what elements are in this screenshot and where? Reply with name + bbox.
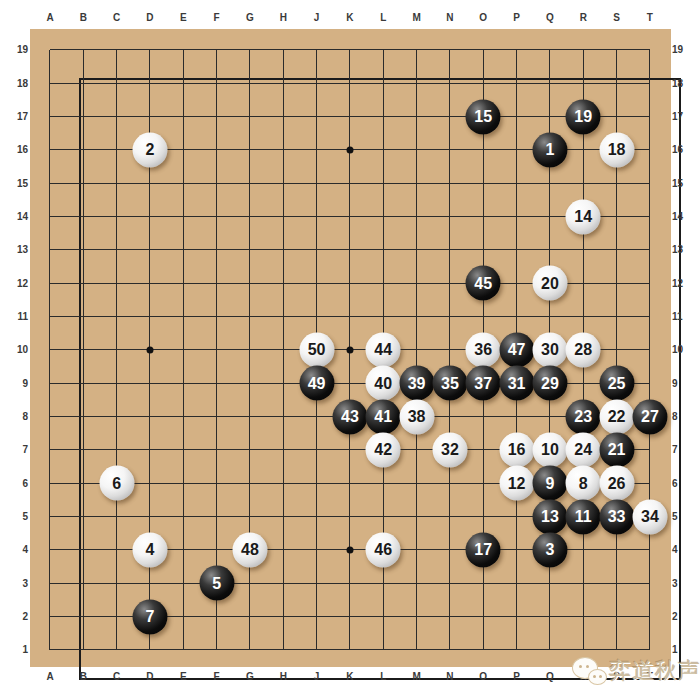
intersection-N19[interactable] (433, 33, 466, 66)
intersection-P5[interactable] (500, 500, 533, 533)
intersection-T6[interactable] (633, 467, 666, 500)
intersection-P9[interactable]: 31 (500, 367, 533, 400)
intersection-B5[interactable] (67, 500, 100, 533)
intersection-E4[interactable] (167, 533, 200, 566)
intersection-L10[interactable]: 44 (367, 333, 400, 366)
intersection-J18[interactable] (300, 67, 333, 100)
intersection-H1[interactable] (267, 633, 300, 666)
intersection-P8[interactable] (500, 400, 533, 433)
intersection-H7[interactable] (267, 433, 300, 466)
intersection-M4[interactable] (400, 533, 433, 566)
intersection-E12[interactable] (167, 267, 200, 300)
intersection-K17[interactable] (333, 100, 366, 133)
intersection-F1[interactable] (200, 633, 233, 666)
intersection-J2[interactable] (300, 600, 333, 633)
intersection-S17[interactable] (600, 100, 633, 133)
intersection-R1[interactable] (567, 633, 600, 666)
intersection-O12[interactable]: 45 (467, 267, 500, 300)
intersection-J4[interactable] (300, 533, 333, 566)
intersection-A4[interactable] (33, 533, 66, 566)
intersection-Q4[interactable]: 3 (533, 533, 566, 566)
intersection-L8[interactable]: 41 (367, 400, 400, 433)
intersection-N4[interactable] (433, 533, 466, 566)
intersection-H19[interactable] (267, 33, 300, 66)
intersection-R14[interactable]: 14 (567, 200, 600, 233)
intersection-P10[interactable]: 47 (500, 333, 533, 366)
intersection-N6[interactable] (433, 467, 466, 500)
intersection-N2[interactable] (433, 600, 466, 633)
intersection-O15[interactable] (467, 167, 500, 200)
intersection-A16[interactable] (33, 133, 66, 166)
intersection-B14[interactable] (67, 200, 100, 233)
intersection-N5[interactable] (433, 500, 466, 533)
intersection-A9[interactable] (33, 367, 66, 400)
intersection-A2[interactable] (33, 600, 66, 633)
intersection-H12[interactable] (267, 267, 300, 300)
intersection-R5[interactable]: 11 (567, 500, 600, 533)
intersection-E3[interactable] (167, 567, 200, 600)
intersection-J13[interactable] (300, 233, 333, 266)
intersection-O4[interactable]: 17 (467, 533, 500, 566)
intersection-E1[interactable] (167, 633, 200, 666)
intersection-Q9[interactable]: 29 (533, 367, 566, 400)
intersection-T13[interactable] (633, 233, 666, 266)
intersection-H4[interactable] (267, 533, 300, 566)
intersection-T12[interactable] (633, 267, 666, 300)
intersection-C2[interactable] (100, 600, 133, 633)
intersection-H3[interactable] (267, 567, 300, 600)
intersection-O14[interactable] (467, 200, 500, 233)
intersection-F10[interactable] (200, 333, 233, 366)
intersection-L19[interactable] (367, 33, 400, 66)
intersection-F11[interactable] (200, 300, 233, 333)
intersection-A8[interactable] (33, 400, 66, 433)
intersection-K12[interactable] (333, 267, 366, 300)
intersection-C17[interactable] (100, 100, 133, 133)
intersection-F12[interactable] (200, 267, 233, 300)
intersection-S13[interactable] (600, 233, 633, 266)
intersection-T14[interactable] (633, 200, 666, 233)
intersection-J9[interactable]: 49 (300, 367, 333, 400)
intersection-C14[interactable] (100, 200, 133, 233)
intersection-G11[interactable] (233, 300, 266, 333)
intersection-S2[interactable] (600, 600, 633, 633)
intersection-G13[interactable] (233, 233, 266, 266)
intersection-E11[interactable] (167, 300, 200, 333)
intersection-P19[interactable] (500, 33, 533, 66)
intersection-D1[interactable] (133, 633, 166, 666)
intersection-G15[interactable] (233, 167, 266, 200)
intersection-R6[interactable]: 8 (567, 467, 600, 500)
intersection-D4[interactable]: 4 (133, 533, 166, 566)
intersection-Q16[interactable]: 1 (533, 133, 566, 166)
intersection-C9[interactable] (100, 367, 133, 400)
intersection-H9[interactable] (267, 367, 300, 400)
intersection-E18[interactable] (167, 67, 200, 100)
intersection-C11[interactable] (100, 300, 133, 333)
intersection-A6[interactable] (33, 467, 66, 500)
intersection-D16[interactable]: 2 (133, 133, 166, 166)
intersection-B4[interactable] (67, 533, 100, 566)
intersection-T9[interactable] (633, 367, 666, 400)
intersection-A17[interactable] (33, 100, 66, 133)
intersection-O3[interactable] (467, 567, 500, 600)
intersection-O6[interactable] (467, 467, 500, 500)
intersection-C1[interactable] (100, 633, 133, 666)
intersection-K4[interactable] (333, 533, 366, 566)
intersection-N18[interactable] (433, 67, 466, 100)
intersection-M11[interactable] (400, 300, 433, 333)
intersection-K14[interactable] (333, 200, 366, 233)
intersection-T18[interactable] (633, 67, 666, 100)
intersection-O8[interactable] (467, 400, 500, 433)
intersection-M5[interactable] (400, 500, 433, 533)
intersection-C8[interactable] (100, 400, 133, 433)
intersection-O2[interactable] (467, 600, 500, 633)
intersection-M16[interactable] (400, 133, 433, 166)
intersection-S7[interactable]: 21 (600, 433, 633, 466)
intersection-D8[interactable] (133, 400, 166, 433)
intersection-R3[interactable] (567, 567, 600, 600)
intersection-A1[interactable] (33, 633, 66, 666)
intersection-S15[interactable] (600, 167, 633, 200)
intersection-T8[interactable]: 27 (633, 400, 666, 433)
intersection-J17[interactable] (300, 100, 333, 133)
intersection-J14[interactable] (300, 200, 333, 233)
intersection-B8[interactable] (67, 400, 100, 433)
intersection-D11[interactable] (133, 300, 166, 333)
intersection-D19[interactable] (133, 33, 166, 66)
intersection-Q7[interactable]: 10 (533, 433, 566, 466)
intersection-F17[interactable] (200, 100, 233, 133)
intersection-L11[interactable] (367, 300, 400, 333)
intersection-K2[interactable] (333, 600, 366, 633)
intersection-O11[interactable] (467, 300, 500, 333)
intersection-C6[interactable]: 6 (100, 467, 133, 500)
intersection-S1[interactable] (600, 633, 633, 666)
intersection-E16[interactable] (167, 133, 200, 166)
intersection-F19[interactable] (200, 33, 233, 66)
intersection-E6[interactable] (167, 467, 200, 500)
intersection-F16[interactable] (200, 133, 233, 166)
intersection-D10[interactable] (133, 333, 166, 366)
intersection-B15[interactable] (67, 167, 100, 200)
intersection-Q5[interactable]: 13 (533, 500, 566, 533)
intersection-M12[interactable] (400, 267, 433, 300)
intersection-N14[interactable] (433, 200, 466, 233)
intersection-C19[interactable] (100, 33, 133, 66)
intersection-P18[interactable] (500, 67, 533, 100)
intersection-H17[interactable] (267, 100, 300, 133)
intersection-P1[interactable] (500, 633, 533, 666)
intersection-H18[interactable] (267, 67, 300, 100)
intersection-T17[interactable] (633, 100, 666, 133)
intersection-Q14[interactable] (533, 200, 566, 233)
intersection-D5[interactable] (133, 500, 166, 533)
intersection-F18[interactable] (200, 67, 233, 100)
intersection-T10[interactable] (633, 333, 666, 366)
intersection-L5[interactable] (367, 500, 400, 533)
intersection-P4[interactable] (500, 533, 533, 566)
intersection-J3[interactable] (300, 567, 333, 600)
intersection-K10[interactable] (333, 333, 366, 366)
intersection-S8[interactable]: 22 (600, 400, 633, 433)
intersection-P14[interactable] (500, 200, 533, 233)
intersection-H11[interactable] (267, 300, 300, 333)
intersection-M19[interactable] (400, 33, 433, 66)
intersection-H14[interactable] (267, 200, 300, 233)
intersection-O10[interactable]: 36 (467, 333, 500, 366)
intersection-O13[interactable] (467, 233, 500, 266)
intersection-D15[interactable] (133, 167, 166, 200)
intersection-B10[interactable] (67, 333, 100, 366)
intersection-R15[interactable] (567, 167, 600, 200)
intersection-G12[interactable] (233, 267, 266, 300)
intersection-M2[interactable] (400, 600, 433, 633)
intersection-L4[interactable]: 46 (367, 533, 400, 566)
intersection-F2[interactable] (200, 600, 233, 633)
intersection-T3[interactable] (633, 567, 666, 600)
intersection-F14[interactable] (200, 200, 233, 233)
intersection-L9[interactable]: 40 (367, 367, 400, 400)
intersection-P7[interactable]: 16 (500, 433, 533, 466)
intersection-Q17[interactable] (533, 100, 566, 133)
intersection-S4[interactable] (600, 533, 633, 566)
intersection-Q8[interactable] (533, 400, 566, 433)
intersection-J10[interactable]: 50 (300, 333, 333, 366)
intersection-C15[interactable] (100, 167, 133, 200)
intersection-R10[interactable]: 28 (567, 333, 600, 366)
intersection-O9[interactable]: 37 (467, 367, 500, 400)
intersection-S5[interactable]: 33 (600, 500, 633, 533)
intersection-K15[interactable] (333, 167, 366, 200)
intersection-G2[interactable] (233, 600, 266, 633)
intersection-L1[interactable] (367, 633, 400, 666)
intersection-M9[interactable]: 39 (400, 367, 433, 400)
intersection-D6[interactable] (133, 467, 166, 500)
intersection-K3[interactable] (333, 567, 366, 600)
intersection-C12[interactable] (100, 267, 133, 300)
intersection-P6[interactable]: 12 (500, 467, 533, 500)
intersection-F5[interactable] (200, 500, 233, 533)
intersection-R17[interactable]: 19 (567, 100, 600, 133)
intersection-O5[interactable] (467, 500, 500, 533)
intersection-S6[interactable]: 26 (600, 467, 633, 500)
intersection-F13[interactable] (200, 233, 233, 266)
intersection-Q12[interactable]: 20 (533, 267, 566, 300)
intersection-C13[interactable] (100, 233, 133, 266)
intersection-E7[interactable] (167, 433, 200, 466)
intersection-K11[interactable] (333, 300, 366, 333)
intersection-E8[interactable] (167, 400, 200, 433)
intersection-G17[interactable] (233, 100, 266, 133)
intersection-P15[interactable] (500, 167, 533, 200)
intersection-D3[interactable] (133, 567, 166, 600)
intersection-Q3[interactable] (533, 567, 566, 600)
intersection-R12[interactable] (567, 267, 600, 300)
intersection-S14[interactable] (600, 200, 633, 233)
intersection-C10[interactable] (100, 333, 133, 366)
intersection-H8[interactable] (267, 400, 300, 433)
intersection-J11[interactable] (300, 300, 333, 333)
intersection-K19[interactable] (333, 33, 366, 66)
intersection-B9[interactable] (67, 367, 100, 400)
intersection-L16[interactable] (367, 133, 400, 166)
intersection-P17[interactable] (500, 100, 533, 133)
intersection-M17[interactable] (400, 100, 433, 133)
intersection-A15[interactable] (33, 167, 66, 200)
intersection-O19[interactable] (467, 33, 500, 66)
intersection-S16[interactable]: 18 (600, 133, 633, 166)
intersection-D7[interactable] (133, 433, 166, 466)
intersection-H2[interactable] (267, 600, 300, 633)
intersection-R18[interactable] (567, 67, 600, 100)
intersection-F8[interactable] (200, 400, 233, 433)
intersection-M10[interactable] (400, 333, 433, 366)
intersection-M18[interactable] (400, 67, 433, 100)
intersection-B17[interactable] (67, 100, 100, 133)
intersection-G18[interactable] (233, 67, 266, 100)
intersection-A12[interactable] (33, 267, 66, 300)
intersection-M15[interactable] (400, 167, 433, 200)
intersection-G3[interactable] (233, 567, 266, 600)
intersection-A10[interactable] (33, 333, 66, 366)
intersection-H13[interactable] (267, 233, 300, 266)
intersection-P11[interactable] (500, 300, 533, 333)
intersection-K1[interactable] (333, 633, 366, 666)
intersection-C4[interactable] (100, 533, 133, 566)
intersection-S9[interactable]: 25 (600, 367, 633, 400)
intersection-C3[interactable] (100, 567, 133, 600)
intersection-P12[interactable] (500, 267, 533, 300)
intersection-G7[interactable] (233, 433, 266, 466)
intersection-J12[interactable] (300, 267, 333, 300)
intersection-M14[interactable] (400, 200, 433, 233)
intersection-G16[interactable] (233, 133, 266, 166)
intersection-B19[interactable] (67, 33, 100, 66)
intersection-Q2[interactable] (533, 600, 566, 633)
intersection-A18[interactable] (33, 67, 66, 100)
intersection-D2[interactable]: 7 (133, 600, 166, 633)
intersection-L12[interactable] (367, 267, 400, 300)
intersection-O17[interactable]: 15 (467, 100, 500, 133)
intersection-O18[interactable] (467, 67, 500, 100)
intersection-B18[interactable] (67, 67, 100, 100)
intersection-K13[interactable] (333, 233, 366, 266)
intersection-H5[interactable] (267, 500, 300, 533)
intersection-G9[interactable] (233, 367, 266, 400)
intersection-M1[interactable] (400, 633, 433, 666)
go-board-grid[interactable]: 1519211814452050443647302849403935373129… (33, 33, 666, 666)
intersection-N12[interactable] (433, 267, 466, 300)
intersection-R16[interactable] (567, 133, 600, 166)
intersection-N17[interactable] (433, 100, 466, 133)
intersection-M3[interactable] (400, 567, 433, 600)
intersection-B12[interactable] (67, 267, 100, 300)
intersection-R2[interactable] (567, 600, 600, 633)
intersection-D9[interactable] (133, 367, 166, 400)
intersection-D17[interactable] (133, 100, 166, 133)
intersection-R4[interactable] (567, 533, 600, 566)
intersection-F7[interactable] (200, 433, 233, 466)
intersection-C18[interactable] (100, 67, 133, 100)
intersection-K5[interactable] (333, 500, 366, 533)
intersection-E13[interactable] (167, 233, 200, 266)
intersection-Q10[interactable]: 30 (533, 333, 566, 366)
intersection-J5[interactable] (300, 500, 333, 533)
intersection-S12[interactable] (600, 267, 633, 300)
intersection-O16[interactable] (467, 133, 500, 166)
intersection-A7[interactable] (33, 433, 66, 466)
intersection-L6[interactable] (367, 467, 400, 500)
intersection-B2[interactable] (67, 600, 100, 633)
intersection-R19[interactable] (567, 33, 600, 66)
intersection-A11[interactable] (33, 300, 66, 333)
intersection-M8[interactable]: 38 (400, 400, 433, 433)
intersection-E15[interactable] (167, 167, 200, 200)
intersection-L17[interactable] (367, 100, 400, 133)
intersection-S19[interactable] (600, 33, 633, 66)
intersection-L2[interactable] (367, 600, 400, 633)
intersection-Q13[interactable] (533, 233, 566, 266)
intersection-A19[interactable] (33, 33, 66, 66)
intersection-N13[interactable] (433, 233, 466, 266)
intersection-G8[interactable] (233, 400, 266, 433)
intersection-N16[interactable] (433, 133, 466, 166)
intersection-E19[interactable] (167, 33, 200, 66)
intersection-B11[interactable] (67, 300, 100, 333)
intersection-F9[interactable] (200, 367, 233, 400)
intersection-L13[interactable] (367, 233, 400, 266)
intersection-K18[interactable] (333, 67, 366, 100)
intersection-P16[interactable] (500, 133, 533, 166)
intersection-K6[interactable] (333, 467, 366, 500)
intersection-B7[interactable] (67, 433, 100, 466)
intersection-B13[interactable] (67, 233, 100, 266)
intersection-F4[interactable] (200, 533, 233, 566)
intersection-R8[interactable]: 23 (567, 400, 600, 433)
intersection-D12[interactable] (133, 267, 166, 300)
intersection-P3[interactable] (500, 567, 533, 600)
intersection-H16[interactable] (267, 133, 300, 166)
intersection-A3[interactable] (33, 567, 66, 600)
intersection-D18[interactable] (133, 67, 166, 100)
intersection-F15[interactable] (200, 167, 233, 200)
intersection-L18[interactable] (367, 67, 400, 100)
intersection-R13[interactable] (567, 233, 600, 266)
intersection-M13[interactable] (400, 233, 433, 266)
intersection-D14[interactable] (133, 200, 166, 233)
intersection-G1[interactable] (233, 633, 266, 666)
intersection-F6[interactable] (200, 467, 233, 500)
intersection-R11[interactable] (567, 300, 600, 333)
intersection-Q1[interactable] (533, 633, 566, 666)
intersection-E14[interactable] (167, 200, 200, 233)
intersection-L15[interactable] (367, 167, 400, 200)
intersection-Q18[interactable] (533, 67, 566, 100)
intersection-O1[interactable] (467, 633, 500, 666)
intersection-G4[interactable]: 48 (233, 533, 266, 566)
intersection-A14[interactable] (33, 200, 66, 233)
intersection-C7[interactable] (100, 433, 133, 466)
intersection-G19[interactable] (233, 33, 266, 66)
intersection-L3[interactable] (367, 567, 400, 600)
intersection-P2[interactable] (500, 600, 533, 633)
intersection-G14[interactable] (233, 200, 266, 233)
intersection-K16[interactable] (333, 133, 366, 166)
intersection-T19[interactable] (633, 33, 666, 66)
intersection-E9[interactable] (167, 367, 200, 400)
